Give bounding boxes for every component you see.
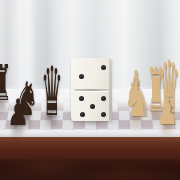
chess-piece-dark-pawn: ♟ [6, 94, 31, 130]
chess-still-life-photo: ♜♞♛♟♝♜♛♞♟ [0, 0, 180, 180]
chess-piece-light-knight: ♞ [121, 74, 153, 124]
chess-piece-dark-queen: ♛ [40, 57, 64, 125]
pieces-layer: ♜♞♛♟♝♜♛♞♟ [0, 0, 180, 180]
chess-piece-light-pawn: ♟ [155, 93, 180, 129]
